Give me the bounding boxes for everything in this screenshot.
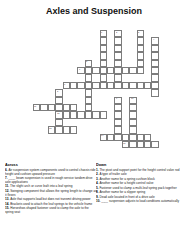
- grid-cell[interactable]: [70, 82, 77, 89]
- grid-cell[interactable]: [151, 67, 158, 74]
- grid-cell[interactable]: [151, 82, 158, 89]
- grid-cell[interactable]: 3: [137, 30, 144, 37]
- clue-item-number: 11.: [5, 184, 10, 188]
- clue-item: 11. The slight arch or curve built into …: [5, 184, 97, 188]
- clue-number: 4: [153, 38, 154, 40]
- clue-item-number: 12.: [5, 189, 10, 193]
- clue-item-number: 6.: [5, 168, 8, 172]
- grid-cell[interactable]: [100, 37, 107, 44]
- grid-cell[interactable]: 10: [129, 97, 136, 104]
- clue-number: 8: [57, 90, 58, 92]
- grid-cell[interactable]: 15: [122, 141, 129, 148]
- grid-cell[interactable]: [114, 52, 121, 59]
- crossword-grid: 123456789101112131415: [0, 0, 188, 160]
- grid-cell[interactable]: [63, 104, 70, 111]
- clue-item-number: 1.: [96, 168, 99, 172]
- clue-item-number: 14.: [5, 202, 10, 206]
- grid-cell[interactable]: [107, 67, 114, 74]
- grid-cell[interactable]: 6: [77, 67, 84, 74]
- clue-number: 14: [101, 134, 103, 136]
- grid-cell[interactable]: [77, 111, 84, 118]
- clue-item: 9. Dead axle located in front of a drive…: [96, 195, 188, 199]
- grid-cell[interactable]: [114, 104, 121, 111]
- clue-item: 3. Another name for a spring cushion blo…: [96, 177, 188, 181]
- grid-cell[interactable]: [137, 52, 144, 59]
- clue-number: 13: [49, 127, 51, 129]
- down-clue-list: 1. The pivot and support point for the h…: [96, 168, 188, 204]
- clue-item-number: 9.: [96, 195, 99, 199]
- grid-cell[interactable]: [100, 67, 107, 74]
- grid-cell[interactable]: 9: [114, 97, 121, 104]
- grid-cell[interactable]: [137, 60, 144, 67]
- grid-cell[interactable]: [129, 67, 136, 74]
- clue-number: 6: [79, 68, 80, 70]
- clue-item: 15. Horseshoe-shaped fastener used to cl…: [5, 206, 97, 214]
- grid-cell[interactable]: [151, 89, 158, 96]
- grid-cell[interactable]: [151, 141, 158, 148]
- grid-cell[interactable]: 5: [85, 60, 92, 67]
- grid-cell[interactable]: [100, 52, 107, 59]
- grid-cell[interactable]: [85, 111, 92, 118]
- grid-cell[interactable]: [114, 119, 121, 126]
- clue-item-number: 5.: [96, 186, 99, 190]
- grid-cell[interactable]: [63, 111, 70, 118]
- grid-cell[interactable]: [137, 45, 144, 52]
- clue-item: 10. ____ suspension adjusts to load cond…: [96, 199, 188, 203]
- grid-cell[interactable]: [100, 74, 107, 81]
- grid-cell[interactable]: [151, 74, 158, 81]
- grid-cell[interactable]: 4: [151, 37, 158, 44]
- grid-cell[interactable]: 14: [100, 134, 107, 141]
- down-header: Down: [96, 162, 188, 167]
- grid-cell[interactable]: [114, 134, 121, 141]
- grid-cell[interactable]: [92, 82, 99, 89]
- clue-item: 1. The pivot and support point for the h…: [96, 168, 188, 172]
- grid-cell[interactable]: [100, 60, 107, 67]
- grid-cell[interactable]: [114, 67, 121, 74]
- clue-item-number: 13.: [5, 197, 10, 201]
- grid-cell[interactable]: [92, 67, 99, 74]
- grid-cell[interactable]: [129, 119, 136, 126]
- clue-item-number: 15.: [5, 206, 10, 210]
- grid-cell[interactable]: [100, 82, 107, 89]
- clue-item-number: 7.: [5, 176, 8, 180]
- grid-cell[interactable]: [114, 126, 121, 133]
- grid-cell[interactable]: [129, 104, 136, 111]
- clue-item: 5. Fastener used to clamp a multi-leaf s…: [96, 186, 188, 190]
- grid-cell[interactable]: [70, 126, 77, 133]
- clue-number: 9: [116, 97, 117, 99]
- grid-cell[interactable]: [85, 74, 92, 81]
- grid-cell[interactable]: [129, 126, 136, 133]
- clue-item: 2. A type of trailer axle: [96, 172, 188, 176]
- grid-cell[interactable]: [85, 89, 92, 96]
- grid-cell[interactable]: [100, 45, 107, 52]
- grid-cell[interactable]: [55, 104, 62, 111]
- grid-cell[interactable]: [85, 67, 92, 74]
- grid-cell[interactable]: [85, 97, 92, 104]
- clue-number: 15: [123, 142, 125, 144]
- clue-item-number: 10.: [96, 199, 101, 203]
- grid-cell[interactable]: [114, 60, 121, 67]
- clue-number: 10: [131, 97, 133, 99]
- grid-cell[interactable]: [122, 82, 129, 89]
- clue-number: 1: [101, 31, 102, 33]
- grid-cell[interactable]: [70, 111, 77, 118]
- clue-item-number: 2.: [96, 172, 99, 176]
- grid-cell[interactable]: [144, 134, 151, 141]
- clue-number: 2: [116, 31, 117, 33]
- grid-cell[interactable]: [92, 111, 99, 118]
- grid-cell[interactable]: [137, 82, 144, 89]
- grid-cell[interactable]: 1: [100, 30, 107, 37]
- grid-cell[interactable]: [151, 52, 158, 59]
- grid-cell[interactable]: 8: [55, 89, 62, 96]
- grid-cell[interactable]: [63, 126, 70, 133]
- grid-cell[interactable]: [114, 111, 121, 118]
- clue-number: 11: [34, 105, 36, 107]
- grid-cell[interactable]: [114, 74, 121, 81]
- clue-item: 6. Air suspension system components used…: [5, 168, 97, 176]
- clue-item: 8. Another name for a slipper spring: [96, 190, 188, 194]
- grid-cell[interactable]: 7: [63, 82, 70, 89]
- grid-cell[interactable]: [137, 141, 144, 148]
- clue-number: 12: [57, 112, 59, 114]
- grid-cell[interactable]: [85, 104, 92, 111]
- grid-cell[interactable]: [144, 141, 151, 148]
- grid-cell[interactable]: [114, 82, 121, 89]
- clue-item: 4. Another name for a height control val…: [96, 181, 188, 185]
- grid-cell[interactable]: [144, 82, 151, 89]
- clue-item: 7. ____ beam suspension is used in rough…: [5, 176, 97, 184]
- grid-cell[interactable]: [137, 67, 144, 74]
- grid-cell[interactable]: [107, 134, 114, 141]
- clue-number: 5: [86, 60, 87, 62]
- clue-item-number: 3.: [96, 177, 99, 181]
- grid-cell[interactable]: 11: [33, 104, 40, 111]
- grid-cell[interactable]: 13: [48, 126, 55, 133]
- down-clues-section: Down 1. The pivot and support point for …: [96, 162, 188, 242]
- grid-cell[interactable]: [151, 60, 158, 67]
- across-clues-section: Across 6. Air suspension system componen…: [5, 162, 97, 242]
- grid-cell[interactable]: [55, 126, 62, 133]
- grid-cell[interactable]: [77, 82, 84, 89]
- grid-cell[interactable]: [70, 104, 77, 111]
- grid-cell[interactable]: [137, 134, 144, 141]
- grid-cell[interactable]: 2: [114, 30, 121, 37]
- clue-item-number: 8.: [96, 190, 99, 194]
- grid-cell[interactable]: [129, 141, 136, 148]
- grid-cell[interactable]: [107, 82, 114, 89]
- clue-number: 3: [138, 31, 139, 33]
- across-header: Across: [5, 162, 97, 167]
- grid-cell[interactable]: [85, 82, 92, 89]
- grid-cell[interactable]: [137, 37, 144, 44]
- clue-number: 7: [64, 83, 65, 85]
- grid-cell[interactable]: [129, 82, 136, 89]
- grid-cell[interactable]: [122, 134, 129, 141]
- grid-cell[interactable]: [129, 134, 136, 141]
- grid-cell[interactable]: [114, 37, 121, 44]
- clue-item: 12. Swinging component that allows the s…: [5, 189, 97, 197]
- across-clue-list: 6. Air suspension system components used…: [5, 168, 97, 214]
- grid-cell[interactable]: [55, 97, 62, 104]
- clue-item-number: 4.: [96, 181, 99, 185]
- grid-cell[interactable]: [100, 111, 107, 118]
- grid-cell[interactable]: [122, 67, 129, 74]
- grid-cell[interactable]: [40, 104, 47, 111]
- grid-cell[interactable]: [114, 45, 121, 52]
- grid-cell[interactable]: [129, 111, 136, 118]
- clue-item: 14. Brackets used to attach the leaf spr…: [5, 202, 97, 206]
- grid-cell[interactable]: [55, 119, 62, 126]
- grid-cell[interactable]: [48, 104, 55, 111]
- grid-cell[interactable]: [151, 45, 158, 52]
- clue-item: 13. Axle that supports load but does not…: [5, 197, 97, 201]
- grid-cell[interactable]: 12: [55, 111, 62, 118]
